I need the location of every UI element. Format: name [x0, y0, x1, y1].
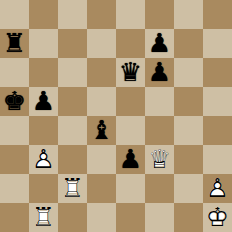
black-bishop: ♝	[87, 116, 116, 145]
black-pawn: ♟	[145, 58, 174, 87]
square-d3[interactable]	[87, 145, 116, 174]
square-g3[interactable]	[174, 145, 203, 174]
square-d5[interactable]	[87, 87, 116, 116]
square-a8[interactable]	[0, 0, 29, 29]
square-a7[interactable]: ♜	[0, 29, 29, 58]
black-queen: ♛	[116, 58, 145, 87]
square-d2[interactable]	[87, 174, 116, 203]
square-c4[interactable]	[58, 116, 87, 145]
square-g8[interactable]	[174, 0, 203, 29]
square-f4[interactable]	[145, 116, 174, 145]
black-king: ♚	[0, 87, 29, 116]
white-rook: ♖	[29, 203, 58, 232]
square-b4[interactable]	[29, 116, 58, 145]
square-a1[interactable]	[0, 203, 29, 232]
square-f8[interactable]	[145, 0, 174, 29]
white-queen-fill: ♛	[145, 145, 174, 174]
square-c1[interactable]	[58, 203, 87, 232]
white-pawn: ♙	[29, 145, 58, 174]
square-f6[interactable]: ♟	[145, 58, 174, 87]
square-g5[interactable]	[174, 87, 203, 116]
square-d6[interactable]	[87, 58, 116, 87]
square-e3[interactable]: ♟	[116, 145, 145, 174]
white-pawn-fill: ♟	[29, 145, 58, 174]
square-b8[interactable]	[29, 0, 58, 29]
white-pawn: ♙	[203, 174, 232, 203]
square-a3[interactable]	[0, 145, 29, 174]
black-rook: ♜	[0, 29, 29, 58]
square-g2[interactable]	[174, 174, 203, 203]
black-pawn: ♟	[29, 87, 58, 116]
square-e5[interactable]	[116, 87, 145, 116]
square-c8[interactable]	[58, 0, 87, 29]
square-f5[interactable]	[145, 87, 174, 116]
square-a4[interactable]	[0, 116, 29, 145]
square-e6[interactable]: ♛	[116, 58, 145, 87]
square-b3[interactable]: ♟♙	[29, 145, 58, 174]
square-h7[interactable]	[203, 29, 232, 58]
square-h6[interactable]	[203, 58, 232, 87]
square-e1[interactable]	[116, 203, 145, 232]
square-f1[interactable]	[145, 203, 174, 232]
white-rook: ♖	[58, 174, 87, 203]
white-king: ♔	[203, 203, 232, 232]
white-pawn-fill: ♟	[203, 174, 232, 203]
black-pawn: ♟	[116, 145, 145, 174]
square-g6[interactable]	[174, 58, 203, 87]
square-g7[interactable]	[174, 29, 203, 58]
black-pawn: ♟	[145, 29, 174, 58]
white-rook-fill: ♜	[58, 174, 87, 203]
square-h1[interactable]: ♚♔	[203, 203, 232, 232]
square-g1[interactable]	[174, 203, 203, 232]
square-d4[interactable]: ♝	[87, 116, 116, 145]
square-d8[interactable]	[87, 0, 116, 29]
square-c6[interactable]	[58, 58, 87, 87]
square-b5[interactable]: ♟	[29, 87, 58, 116]
square-h2[interactable]: ♟♙	[203, 174, 232, 203]
square-c2[interactable]: ♜♖	[58, 174, 87, 203]
square-b1[interactable]: ♜♖	[29, 203, 58, 232]
square-e8[interactable]	[116, 0, 145, 29]
square-e4[interactable]	[116, 116, 145, 145]
square-d7[interactable]	[87, 29, 116, 58]
square-c7[interactable]	[58, 29, 87, 58]
white-rook-fill: ♜	[29, 203, 58, 232]
white-king-fill: ♚	[203, 203, 232, 232]
square-a5[interactable]: ♚	[0, 87, 29, 116]
chess-board: ♜♟♛♟♚♟♝♟♙♟♛♕♜♖♟♙♜♖♚♔	[0, 0, 232, 232]
square-a2[interactable]	[0, 174, 29, 203]
square-f3[interactable]: ♛♕	[145, 145, 174, 174]
square-h5[interactable]	[203, 87, 232, 116]
square-c3[interactable]	[58, 145, 87, 174]
square-e7[interactable]	[116, 29, 145, 58]
square-a6[interactable]	[0, 58, 29, 87]
square-h8[interactable]	[203, 0, 232, 29]
square-b7[interactable]	[29, 29, 58, 58]
white-queen: ♕	[145, 145, 174, 174]
square-c5[interactable]	[58, 87, 87, 116]
square-d1[interactable]	[87, 203, 116, 232]
square-g4[interactable]	[174, 116, 203, 145]
square-h4[interactable]	[203, 116, 232, 145]
square-h3[interactable]	[203, 145, 232, 174]
square-f2[interactable]	[145, 174, 174, 203]
square-e2[interactable]	[116, 174, 145, 203]
square-b2[interactable]	[29, 174, 58, 203]
square-f7[interactable]: ♟	[145, 29, 174, 58]
square-b6[interactable]	[29, 58, 58, 87]
